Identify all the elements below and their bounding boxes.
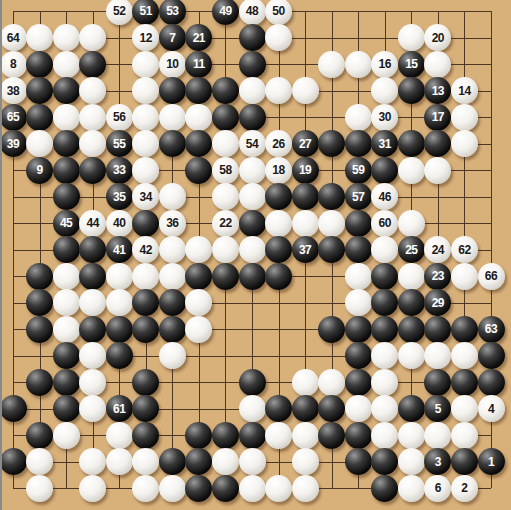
white-stone[interactable]: 10 <box>159 51 186 78</box>
white-stone[interactable] <box>371 369 398 396</box>
black-stone[interactable]: 9 <box>26 157 53 184</box>
black-stone[interactable] <box>53 236 80 263</box>
black-stone[interactable] <box>398 316 425 343</box>
move-number: 2 <box>461 482 467 494</box>
move-number: 55 <box>113 138 125 150</box>
white-stone[interactable]: 36 <box>159 210 186 237</box>
white-stone[interactable] <box>398 157 425 184</box>
black-stone[interactable] <box>398 289 425 316</box>
black-stone[interactable] <box>0 395 27 422</box>
black-stone[interactable]: 19 <box>292 157 319 184</box>
black-stone[interactable] <box>451 369 478 396</box>
white-stone[interactable] <box>239 157 266 184</box>
white-stone[interactable] <box>132 157 159 184</box>
black-stone[interactable] <box>132 289 159 316</box>
white-stone[interactable] <box>185 289 212 316</box>
black-stone[interactable] <box>53 342 80 369</box>
black-stone[interactable] <box>53 130 80 157</box>
move-number: 12 <box>140 32 152 44</box>
move-number: 59 <box>352 164 364 176</box>
black-stone[interactable]: 29 <box>424 289 451 316</box>
white-stone[interactable]: 18 <box>265 157 292 184</box>
move-number: 62 <box>458 244 470 256</box>
black-stone[interactable] <box>451 448 478 475</box>
black-stone[interactable] <box>424 130 451 157</box>
black-stone[interactable]: 65 <box>0 104 27 131</box>
white-stone[interactable] <box>292 77 319 104</box>
white-stone[interactable] <box>212 448 239 475</box>
white-stone[interactable] <box>212 130 239 157</box>
black-stone[interactable]: 23 <box>424 263 451 290</box>
black-stone[interactable] <box>26 77 53 104</box>
white-stone[interactable]: 38 <box>0 77 27 104</box>
black-stone[interactable] <box>371 157 398 184</box>
white-stone[interactable] <box>371 236 398 263</box>
black-stone[interactable] <box>26 51 53 78</box>
black-stone[interactable] <box>132 422 159 449</box>
white-stone[interactable] <box>345 51 372 78</box>
white-stone[interactable]: 2 <box>451 475 478 502</box>
black-stone[interactable] <box>345 422 372 449</box>
move-number: 66 <box>485 270 497 282</box>
white-stone[interactable] <box>398 422 425 449</box>
move-number: 1 <box>488 456 494 468</box>
move-number: 24 <box>432 244 444 256</box>
white-stone[interactable] <box>265 210 292 237</box>
black-stone[interactable] <box>185 448 212 475</box>
black-stone[interactable]: 53 <box>159 0 186 25</box>
white-stone[interactable] <box>79 342 106 369</box>
black-stone[interactable] <box>371 263 398 290</box>
black-stone[interactable] <box>185 263 212 290</box>
black-stone[interactable] <box>26 104 53 131</box>
black-stone[interactable] <box>398 77 425 104</box>
black-stone[interactable] <box>292 395 319 422</box>
black-stone[interactable] <box>106 316 133 343</box>
white-stone[interactable] <box>53 51 80 78</box>
white-stone[interactable] <box>159 236 186 263</box>
move-number: 41 <box>113 244 125 256</box>
black-stone[interactable] <box>265 236 292 263</box>
black-stone[interactable] <box>185 77 212 104</box>
move-number: 21 <box>193 32 205 44</box>
black-stone[interactable] <box>265 395 292 422</box>
black-stone[interactable]: 15 <box>398 51 425 78</box>
black-stone[interactable] <box>239 51 266 78</box>
black-stone[interactable] <box>239 104 266 131</box>
white-stone[interactable]: 58 <box>212 157 239 184</box>
white-stone[interactable] <box>265 77 292 104</box>
black-stone[interactable] <box>398 395 425 422</box>
white-stone[interactable] <box>132 263 159 290</box>
black-stone[interactable] <box>345 369 372 396</box>
move-number: 51 <box>140 5 152 17</box>
black-stone[interactable]: 45 <box>53 210 80 237</box>
white-stone[interactable]: 40 <box>106 210 133 237</box>
white-stone[interactable]: 60 <box>371 210 398 237</box>
white-stone[interactable] <box>79 448 106 475</box>
black-stone[interactable] <box>265 263 292 290</box>
white-stone[interactable] <box>79 104 106 131</box>
black-stone[interactable] <box>398 130 425 157</box>
white-stone[interactable] <box>79 130 106 157</box>
white-stone[interactable]: 48 <box>239 0 266 25</box>
black-stone[interactable]: 27 <box>292 130 319 157</box>
white-stone[interactable] <box>159 104 186 131</box>
white-stone[interactable] <box>79 475 106 502</box>
black-stone[interactable]: 33 <box>106 157 133 184</box>
black-stone[interactable] <box>132 316 159 343</box>
black-stone[interactable]: 41 <box>106 236 133 263</box>
black-stone[interactable]: 5 <box>424 395 451 422</box>
white-stone[interactable] <box>26 475 53 502</box>
black-stone[interactable] <box>371 448 398 475</box>
white-stone[interactable] <box>451 342 478 369</box>
black-stone[interactable] <box>318 183 345 210</box>
black-stone[interactable] <box>424 316 451 343</box>
black-stone[interactable] <box>106 342 133 369</box>
white-stone[interactable] <box>292 210 319 237</box>
white-stone[interactable] <box>79 77 106 104</box>
move-number: 36 <box>166 217 178 229</box>
move-number: 25 <box>405 244 417 256</box>
white-stone[interactable] <box>371 77 398 104</box>
black-stone[interactable]: 1 <box>478 448 505 475</box>
white-stone[interactable] <box>239 183 266 210</box>
white-stone[interactable] <box>239 77 266 104</box>
black-stone[interactable] <box>345 130 372 157</box>
move-number: 49 <box>219 5 231 17</box>
move-number: 19 <box>299 164 311 176</box>
black-stone[interactable] <box>371 316 398 343</box>
white-stone[interactable] <box>53 263 80 290</box>
move-number: 61 <box>113 403 125 415</box>
black-stone[interactable] <box>318 130 345 157</box>
black-stone[interactable] <box>239 263 266 290</box>
black-stone[interactable] <box>185 130 212 157</box>
white-stone[interactable] <box>451 395 478 422</box>
black-stone[interactable] <box>345 236 372 263</box>
white-stone[interactable] <box>132 130 159 157</box>
white-stone[interactable] <box>239 236 266 263</box>
black-stone[interactable] <box>79 157 106 184</box>
white-stone[interactable] <box>106 263 133 290</box>
black-stone[interactable] <box>212 77 239 104</box>
black-stone[interactable] <box>212 263 239 290</box>
white-stone[interactable] <box>106 289 133 316</box>
white-stone[interactable]: 34 <box>132 183 159 210</box>
white-stone[interactable] <box>185 316 212 343</box>
move-number: 34 <box>140 191 152 203</box>
white-stone[interactable]: 6 <box>424 475 451 502</box>
black-stone[interactable]: 11 <box>185 51 212 78</box>
black-stone[interactable]: 35 <box>106 183 133 210</box>
white-stone[interactable] <box>159 183 186 210</box>
black-stone[interactable] <box>132 210 159 237</box>
black-stone[interactable]: 17 <box>424 104 451 131</box>
move-number: 10 <box>166 58 178 70</box>
black-stone[interactable] <box>26 316 53 343</box>
white-stone[interactable] <box>292 369 319 396</box>
white-stone[interactable] <box>345 104 372 131</box>
white-stone[interactable] <box>424 422 451 449</box>
white-stone[interactable] <box>239 475 266 502</box>
white-stone[interactable] <box>185 104 212 131</box>
black-stone[interactable] <box>132 369 159 396</box>
move-number: 6 <box>435 482 441 494</box>
black-stone[interactable] <box>371 475 398 502</box>
black-stone[interactable]: 3 <box>424 448 451 475</box>
black-stone[interactable] <box>159 316 186 343</box>
black-stone[interactable] <box>159 448 186 475</box>
white-stone[interactable] <box>159 263 186 290</box>
white-stone[interactable] <box>185 236 212 263</box>
white-stone[interactable] <box>345 263 372 290</box>
white-stone[interactable]: 62 <box>451 236 478 263</box>
white-stone[interactable]: 24 <box>424 236 451 263</box>
white-stone[interactable] <box>26 130 53 157</box>
white-stone[interactable]: 16 <box>371 51 398 78</box>
black-stone[interactable] <box>318 236 345 263</box>
white-stone[interactable] <box>53 289 80 316</box>
move-number: 50 <box>272 5 284 17</box>
white-stone[interactable]: 52 <box>106 0 133 25</box>
white-stone[interactable] <box>451 104 478 131</box>
black-stone[interactable] <box>53 395 80 422</box>
black-stone[interactable]: 59 <box>345 157 372 184</box>
white-stone[interactable]: 20 <box>424 24 451 51</box>
move-number: 14 <box>458 85 470 97</box>
move-number: 20 <box>432 32 444 44</box>
white-stone[interactable] <box>345 289 372 316</box>
white-stone[interactable] <box>79 289 106 316</box>
move-number: 5 <box>435 403 441 415</box>
go-board: 5251534948506412721208101116153813146556… <box>0 0 511 510</box>
black-stone[interactable] <box>318 422 345 449</box>
black-stone[interactable] <box>185 475 212 502</box>
black-stone[interactable] <box>79 51 106 78</box>
move-number: 58 <box>219 164 231 176</box>
move-number: 48 <box>246 5 258 17</box>
move-number: 4 <box>488 403 494 415</box>
white-stone[interactable] <box>398 24 425 51</box>
black-stone[interactable] <box>53 369 80 396</box>
white-stone[interactable]: 66 <box>478 263 505 290</box>
white-stone[interactable]: 4 <box>478 395 505 422</box>
white-stone[interactable]: 26 <box>265 130 292 157</box>
white-stone[interactable] <box>318 210 345 237</box>
move-number: 27 <box>299 138 311 150</box>
black-stone[interactable] <box>424 369 451 396</box>
white-stone[interactable] <box>292 475 319 502</box>
move-number: 11 <box>193 58 205 70</box>
white-stone[interactable]: 64 <box>0 24 27 51</box>
white-stone[interactable] <box>159 342 186 369</box>
white-stone[interactable]: 22 <box>212 210 239 237</box>
move-number: 38 <box>7 85 19 97</box>
black-stone[interactable] <box>318 395 345 422</box>
white-stone[interactable] <box>318 369 345 396</box>
black-stone[interactable] <box>26 422 53 449</box>
white-stone[interactable] <box>26 448 53 475</box>
black-stone[interactable]: 57 <box>345 183 372 210</box>
white-stone[interactable]: 46 <box>371 183 398 210</box>
black-stone[interactable] <box>185 157 212 184</box>
white-stone[interactable] <box>424 51 451 78</box>
white-stone[interactable] <box>26 24 53 51</box>
black-stone[interactable] <box>345 316 372 343</box>
white-stone[interactable]: 42 <box>132 236 159 263</box>
white-stone[interactable] <box>239 395 266 422</box>
black-stone[interactable] <box>239 24 266 51</box>
white-stone[interactable] <box>451 422 478 449</box>
white-stone[interactable] <box>424 342 451 369</box>
move-number: 46 <box>379 191 391 203</box>
black-stone[interactable] <box>79 316 106 343</box>
black-stone[interactable]: 21 <box>185 24 212 51</box>
move-number: 56 <box>113 111 125 123</box>
black-stone[interactable] <box>53 77 80 104</box>
black-stone[interactable]: 37 <box>292 236 319 263</box>
white-stone[interactable] <box>345 395 372 422</box>
white-stone[interactable] <box>132 475 159 502</box>
black-stone[interactable] <box>478 342 505 369</box>
black-stone[interactable] <box>0 448 27 475</box>
white-stone[interactable]: 50 <box>265 0 292 25</box>
white-stone[interactable] <box>132 104 159 131</box>
black-stone[interactable]: 61 <box>106 395 133 422</box>
black-stone[interactable] <box>292 183 319 210</box>
black-stone[interactable]: 7 <box>159 24 186 51</box>
white-stone[interactable] <box>265 24 292 51</box>
move-number: 17 <box>432 111 444 123</box>
white-stone[interactable] <box>292 422 319 449</box>
white-stone[interactable] <box>132 77 159 104</box>
black-stone[interactable] <box>26 289 53 316</box>
black-stone[interactable] <box>212 422 239 449</box>
black-stone[interactable]: 51 <box>132 0 159 25</box>
move-number: 64 <box>7 32 19 44</box>
white-stone[interactable] <box>239 448 266 475</box>
black-stone[interactable]: 39 <box>0 130 27 157</box>
black-stone[interactable] <box>185 422 212 449</box>
black-stone[interactable] <box>159 130 186 157</box>
white-stone[interactable] <box>292 448 319 475</box>
black-stone[interactable]: 31 <box>371 130 398 157</box>
move-number: 26 <box>272 138 284 150</box>
white-stone[interactable] <box>106 448 133 475</box>
white-stone[interactable]: 30 <box>371 104 398 131</box>
black-stone[interactable]: 13 <box>424 77 451 104</box>
white-stone[interactable]: 14 <box>451 77 478 104</box>
black-stone[interactable] <box>345 342 372 369</box>
black-stone[interactable] <box>451 316 478 343</box>
black-stone[interactable] <box>265 183 292 210</box>
move-number: 29 <box>432 297 444 309</box>
black-stone[interactable] <box>79 263 106 290</box>
black-stone[interactable] <box>212 104 239 131</box>
white-stone[interactable] <box>265 422 292 449</box>
black-stone[interactable] <box>26 369 53 396</box>
black-stone[interactable] <box>212 475 239 502</box>
white-stone[interactable] <box>398 475 425 502</box>
white-stone[interactable] <box>53 104 80 131</box>
black-stone[interactable]: 55 <box>106 130 133 157</box>
white-stone[interactable] <box>79 369 106 396</box>
white-stone[interactable] <box>53 24 80 51</box>
white-stone[interactable] <box>79 24 106 51</box>
move-number: 7 <box>169 32 175 44</box>
white-stone[interactable] <box>371 342 398 369</box>
move-number: 22 <box>219 217 231 229</box>
move-number: 15 <box>405 58 417 70</box>
black-stone[interactable] <box>26 263 53 290</box>
white-stone[interactable] <box>451 130 478 157</box>
white-stone[interactable] <box>53 422 80 449</box>
white-stone[interactable]: 44 <box>79 210 106 237</box>
white-stone[interactable] <box>265 475 292 502</box>
white-stone[interactable] <box>212 183 239 210</box>
black-stone[interactable] <box>159 77 186 104</box>
black-stone[interactable] <box>345 210 372 237</box>
black-stone[interactable] <box>159 289 186 316</box>
white-stone[interactable] <box>318 51 345 78</box>
black-stone[interactable] <box>318 316 345 343</box>
move-number: 42 <box>140 244 152 256</box>
white-stone[interactable] <box>398 263 425 290</box>
white-stone[interactable] <box>424 157 451 184</box>
move-number: 35 <box>113 191 125 203</box>
black-stone[interactable] <box>478 369 505 396</box>
black-stone[interactable] <box>239 369 266 396</box>
black-stone[interactable] <box>132 395 159 422</box>
white-stone[interactable]: 56 <box>106 104 133 131</box>
move-number: 40 <box>113 217 125 229</box>
white-stone[interactable]: 12 <box>132 24 159 51</box>
white-stone[interactable] <box>106 422 133 449</box>
white-stone[interactable] <box>371 395 398 422</box>
move-number: 60 <box>379 217 391 229</box>
black-stone[interactable]: 49 <box>212 0 239 25</box>
white-stone[interactable] <box>398 448 425 475</box>
move-number: 18 <box>272 164 284 176</box>
white-stone[interactable]: 8 <box>0 51 27 78</box>
white-stone[interactable] <box>371 422 398 449</box>
white-stone[interactable] <box>398 210 425 237</box>
white-stone[interactable] <box>451 263 478 290</box>
white-stone[interactable]: 54 <box>239 130 266 157</box>
black-stone[interactable] <box>239 210 266 237</box>
white-stone[interactable] <box>132 448 159 475</box>
black-stone[interactable] <box>371 289 398 316</box>
white-stone[interactable] <box>212 236 239 263</box>
white-stone[interactable] <box>159 475 186 502</box>
black-stone[interactable] <box>79 236 106 263</box>
move-number: 39 <box>7 138 19 150</box>
move-number: 45 <box>60 217 72 229</box>
black-stone[interactable]: 25 <box>398 236 425 263</box>
black-stone[interactable] <box>345 448 372 475</box>
white-stone[interactable] <box>132 51 159 78</box>
move-number: 30 <box>379 111 391 123</box>
black-stone[interactable] <box>239 422 266 449</box>
black-stone[interactable]: 63 <box>478 316 505 343</box>
white-stone[interactable] <box>79 395 106 422</box>
black-stone[interactable] <box>53 157 80 184</box>
black-stone[interactable] <box>53 183 80 210</box>
white-stone[interactable] <box>53 316 80 343</box>
white-stone[interactable] <box>398 342 425 369</box>
